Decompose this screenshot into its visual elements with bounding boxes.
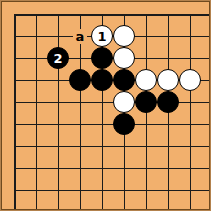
point-label-a: a [73,29,88,44]
white-stone-1: 1 [91,25,113,47]
white-stone [113,25,135,47]
white-stone [113,47,135,69]
white-stone [135,69,157,91]
stones-layer: 12a [3,3,201,201]
white-stone [113,91,135,113]
black-stone [91,69,113,91]
black-stone-2: 2 [47,47,69,69]
black-stone [91,47,113,69]
black-stone [113,69,135,91]
go-board-diagram: 12a [0,0,211,211]
black-stone [69,69,91,91]
black-stone [113,113,135,135]
white-stone [157,69,179,91]
black-stone [157,91,179,113]
white-stone [179,69,201,91]
black-stone [135,91,157,113]
